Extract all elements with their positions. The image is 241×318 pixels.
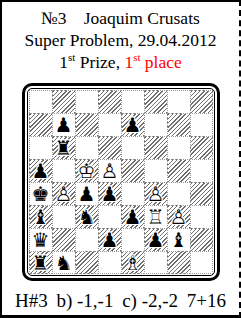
square-c1: [75, 251, 98, 274]
author-name: Joaquim Crusats: [84, 8, 200, 28]
square-g4: [167, 182, 190, 205]
square-e4: [121, 182, 144, 205]
problem-header: №3Joaquim Crusats Super Problem, 29.04.2…: [2, 7, 239, 73]
square-a3: ♝: [29, 205, 52, 228]
twin-c: c) -2,-2: [122, 289, 178, 313]
square-d4: ♟: [98, 182, 121, 205]
square-h3: [190, 205, 213, 228]
square-d3: [98, 205, 121, 228]
square-g7: [167, 113, 190, 136]
square-d8: [98, 90, 121, 113]
square-e3: ♟: [121, 205, 144, 228]
square-a2: ♛: [29, 228, 52, 251]
black-pawn-icon: ♟: [30, 160, 52, 182]
square-f1: [144, 251, 167, 274]
square-a1: ♜: [29, 251, 52, 274]
square-a5: ♟: [29, 159, 52, 182]
square-g2: ♝: [167, 228, 190, 251]
square-e5: [121, 159, 144, 182]
square-c2: [75, 228, 98, 251]
square-g3: ♟♙: [167, 205, 190, 228]
square-a8: [29, 90, 52, 113]
black-pawn-icon: ♟: [99, 229, 121, 251]
header-line-1: №3Joaquim Crusats: [2, 7, 239, 29]
square-h2: [190, 228, 213, 251]
black-king-icon: ♚: [30, 183, 52, 205]
square-c3: ♞: [75, 205, 98, 228]
square-b6: ♜: [52, 136, 75, 159]
square-d6: [98, 136, 121, 159]
square-c4: ♟: [75, 182, 98, 205]
square-f4: ♟♙: [144, 182, 167, 205]
black-knight-icon: ♞: [53, 252, 75, 273]
chess-board-frame: ♟♟♜♟♚♔♟♙♚♟♙♟♟♟♙♝♞♟♜♖♟♙♛♟♟♝♜♞♝♗: [27, 88, 215, 276]
square-d1: [98, 251, 121, 274]
chess-board-border: ♟♟♜♟♚♔♟♙♚♟♙♟♟♟♙♝♞♟♜♖♟♙♛♟♟♝♜♞♝♗: [22, 83, 220, 281]
header-line-2: Super Problem, 29.04.2012: [2, 29, 239, 51]
white-pawn-icon: ♟♙: [168, 206, 190, 228]
white-rook-icon: ♜♖: [145, 206, 167, 228]
black-pawn-icon: ♟: [99, 183, 121, 205]
chess-board: ♟♟♜♟♚♔♟♙♚♟♙♟♟♟♙♝♞♟♜♖♟♙♛♟♟♝♜♞♝♗: [29, 90, 213, 274]
square-e2: [121, 228, 144, 251]
square-b5: [52, 159, 75, 182]
square-h1: [190, 251, 213, 274]
square-g5: [167, 159, 190, 182]
square-h5: [190, 159, 213, 182]
square-f3: ♜♖: [144, 205, 167, 228]
square-b8: [52, 90, 75, 113]
square-f7: [144, 113, 167, 136]
black-knight-icon: ♞: [76, 206, 98, 228]
stipulation-caption: H#3 b) -1,-1 c) -2,-2 7+16: [2, 289, 239, 313]
square-e1: ♝♗: [121, 251, 144, 274]
square-d5: ♟♙: [98, 159, 121, 182]
black-pawn-icon: ♟: [122, 114, 144, 136]
square-c6: [75, 136, 98, 159]
square-c8: [75, 90, 98, 113]
square-e8: [121, 90, 144, 113]
black-pawn-icon: ♟: [76, 183, 98, 205]
square-d7: [98, 113, 121, 136]
square-g1: [167, 251, 190, 274]
square-d2: ♟: [98, 228, 121, 251]
twin-b: b) -1,-1: [56, 289, 113, 313]
piece-count: 7+16: [187, 289, 226, 313]
square-a4: ♚: [29, 182, 52, 205]
square-b2: [52, 228, 75, 251]
black-bishop-icon: ♝: [168, 229, 190, 251]
square-e6: [121, 136, 144, 159]
problem-number: №3: [41, 7, 66, 29]
square-g8: [167, 90, 190, 113]
white-pawn-icon: ♟♙: [145, 183, 167, 205]
square-f8: [144, 90, 167, 113]
place-text: 1st place: [124, 52, 181, 72]
prize-text: 1st Prize,: [59, 52, 124, 72]
black-queen-icon: ♛: [30, 229, 52, 251]
square-c7: [75, 113, 98, 136]
square-h6: [190, 136, 213, 159]
square-a7: [29, 113, 52, 136]
white-pawn-icon: ♟♙: [99, 160, 121, 182]
square-b4: ♟♙: [52, 182, 75, 205]
square-g6: [167, 136, 190, 159]
square-b3: [52, 205, 75, 228]
black-bishop-icon: ♝: [30, 206, 52, 228]
square-f5: [144, 159, 167, 182]
square-c5: ♚♔: [75, 159, 98, 182]
stipulation: H#3: [15, 289, 48, 313]
square-b7: ♟: [52, 113, 75, 136]
black-rook-icon: ♜: [53, 137, 75, 159]
black-pawn-icon: ♟: [53, 114, 75, 136]
white-pawn-icon: ♟♙: [53, 183, 75, 205]
square-f2: ♟: [144, 228, 167, 251]
square-f6: [144, 136, 167, 159]
header-line-3: 1st Prize, 1st place: [2, 51, 239, 73]
black-pawn-icon: ♟: [145, 229, 167, 251]
square-e7: ♟: [121, 113, 144, 136]
black-rook-icon: ♜: [30, 252, 52, 273]
square-h8: [190, 90, 213, 113]
square-h7: [190, 113, 213, 136]
white-king-icon: ♚♔: [76, 160, 98, 182]
square-a6: [29, 136, 52, 159]
square-b1: ♞: [52, 251, 75, 274]
black-pawn-icon: ♟: [122, 206, 144, 228]
white-bishop-icon: ♝♗: [122, 252, 144, 273]
square-h4: [190, 182, 213, 205]
